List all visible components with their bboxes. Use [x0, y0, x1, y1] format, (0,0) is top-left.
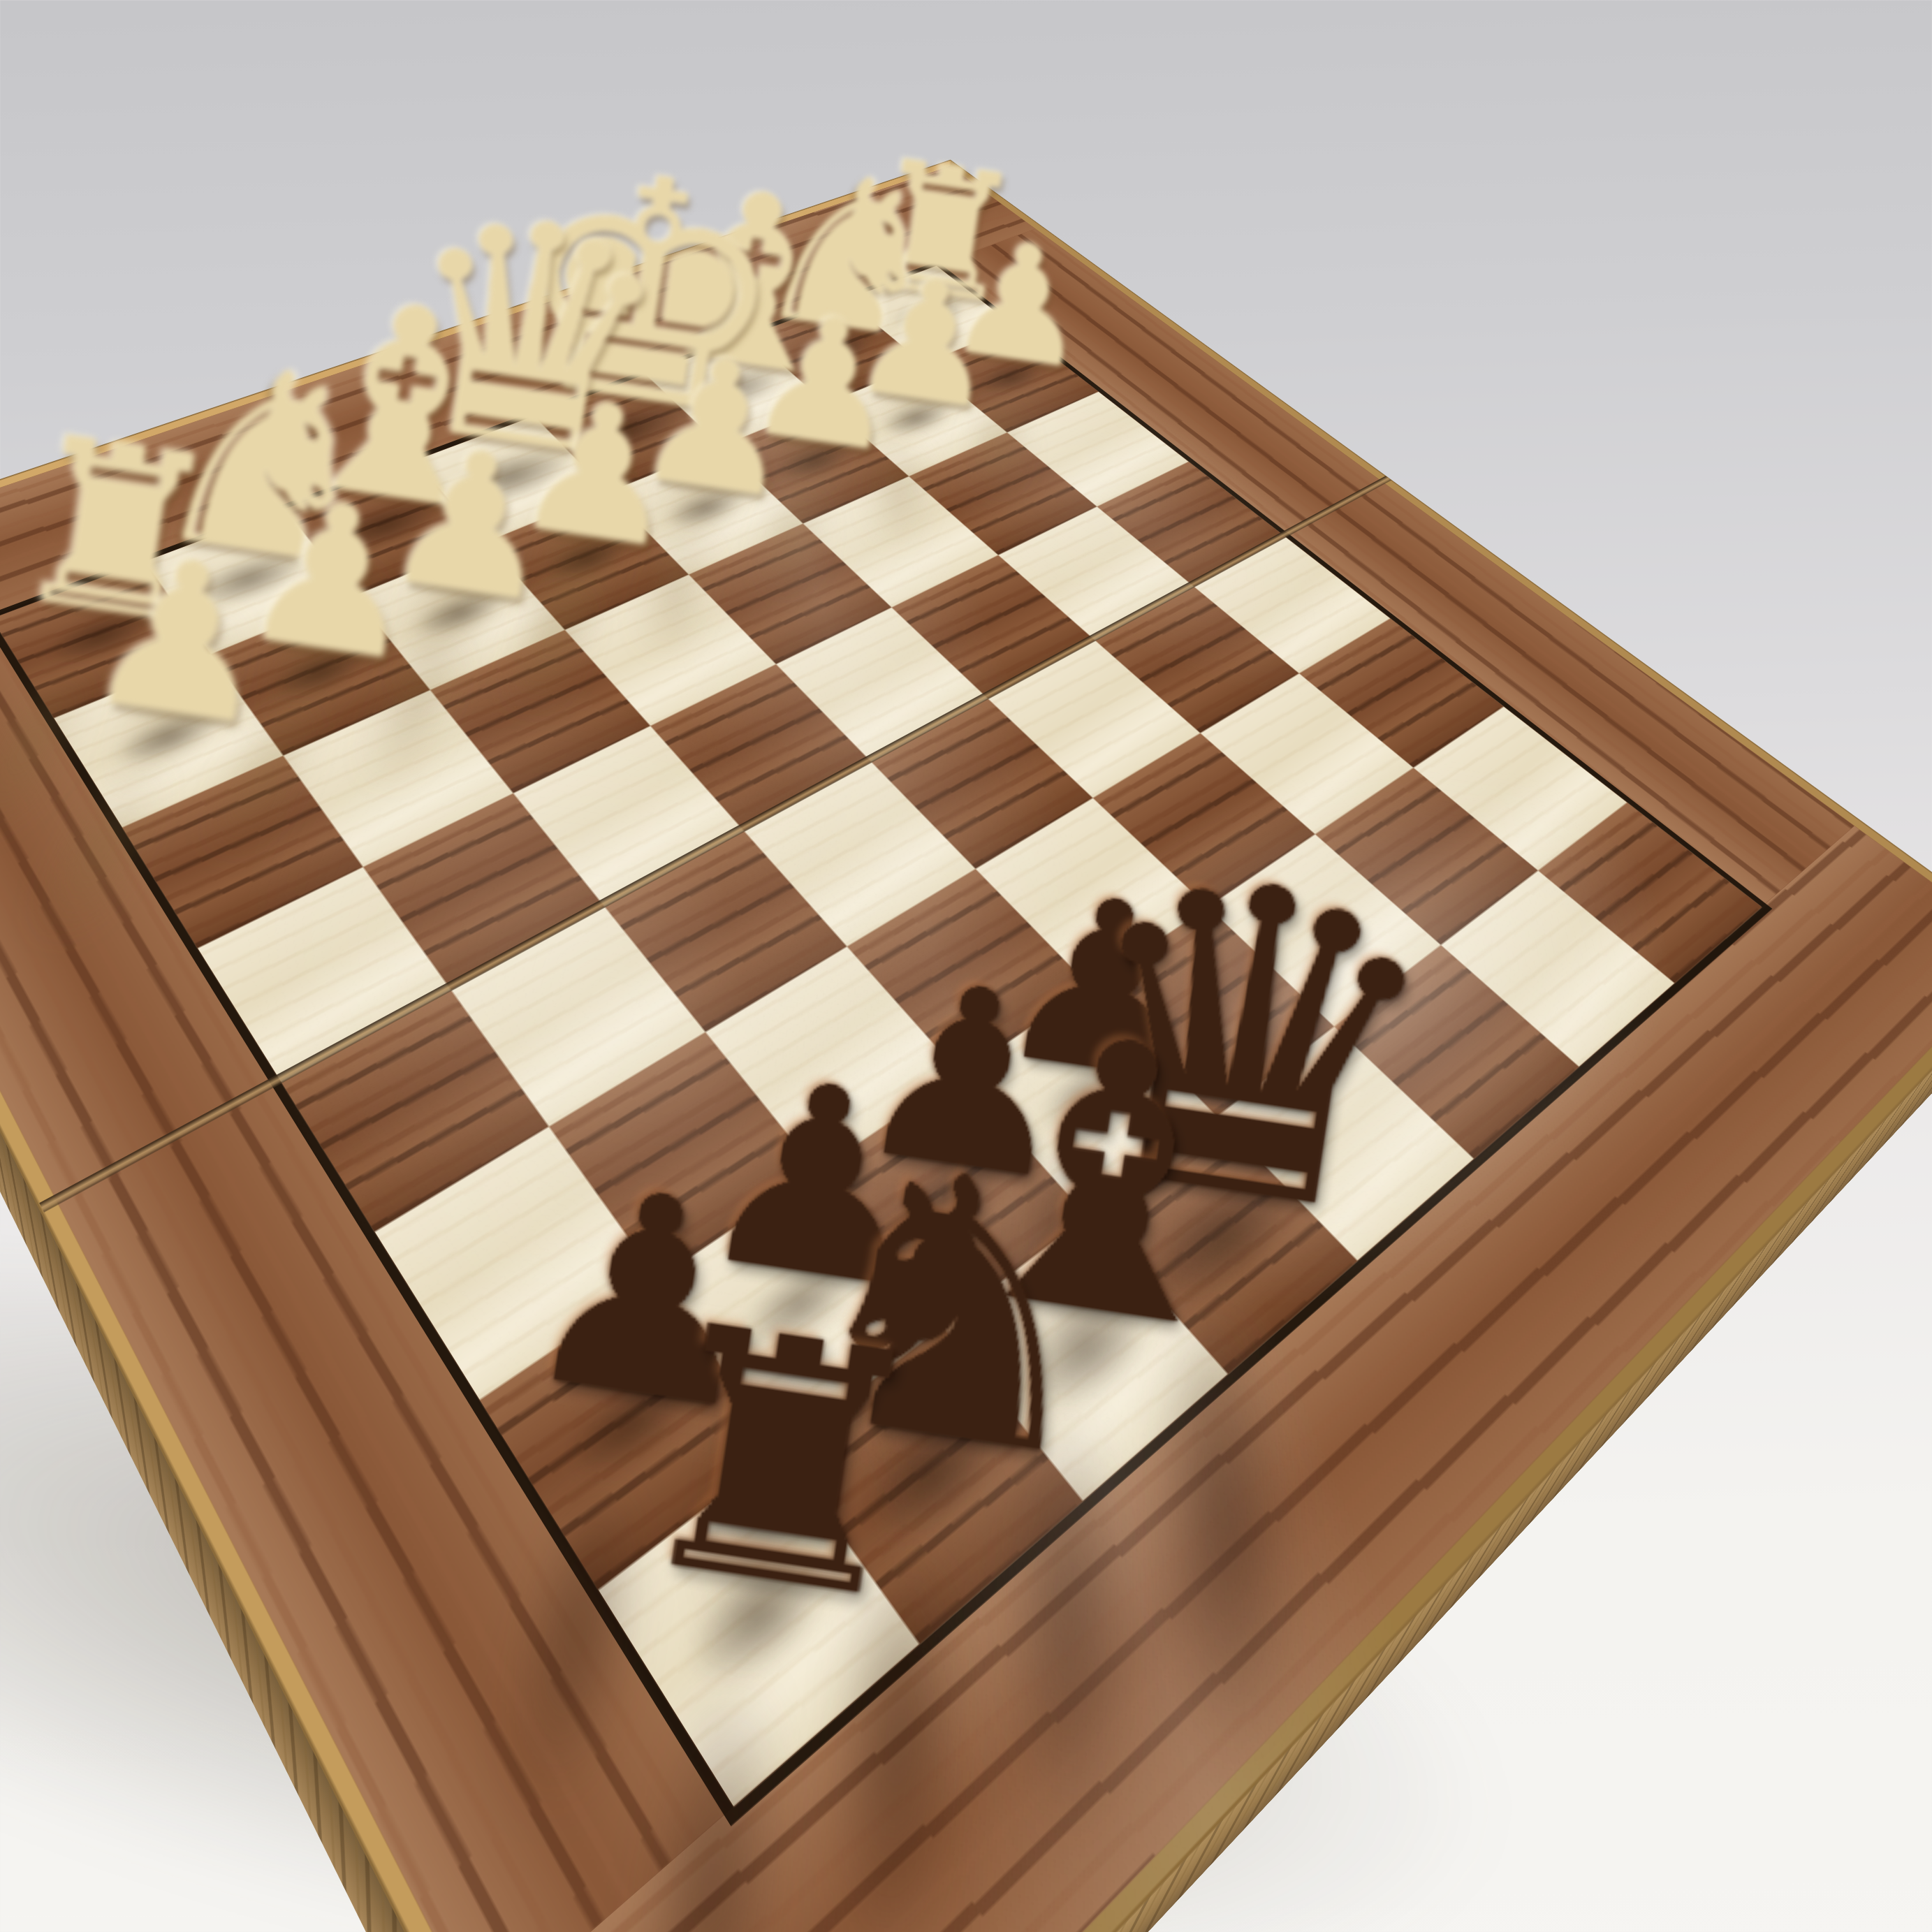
composition-tilt: ♜♞♝♛♚♝♞♜♟♟♟♟♟♟♟♟♟♟♟♟♜♞♝♛ [0, 0, 1932, 1932]
screenshot-root: ♜♞♝♛♚♝♞♜♟♟♟♟♟♟♟♟♟♟♟♟♜♞♝♛ [0, 0, 1932, 1932]
chess-box-board: ♜♞♝♛♚♝♞♜♟♟♟♟♟♟♟♟♟♟♟♟♜♞♝♛ [0, 161, 1932, 1932]
perspective-scene: ♜♞♝♛♚♝♞♜♟♟♟♟♟♟♟♟♟♟♟♟♜♞♝♛ [0, 0, 1932, 1932]
scale-wrapper: ♜♞♝♛♚♝♞♜♟♟♟♟♟♟♟♟♟♟♟♟♜♞♝♛ [0, 0, 1932, 1932]
